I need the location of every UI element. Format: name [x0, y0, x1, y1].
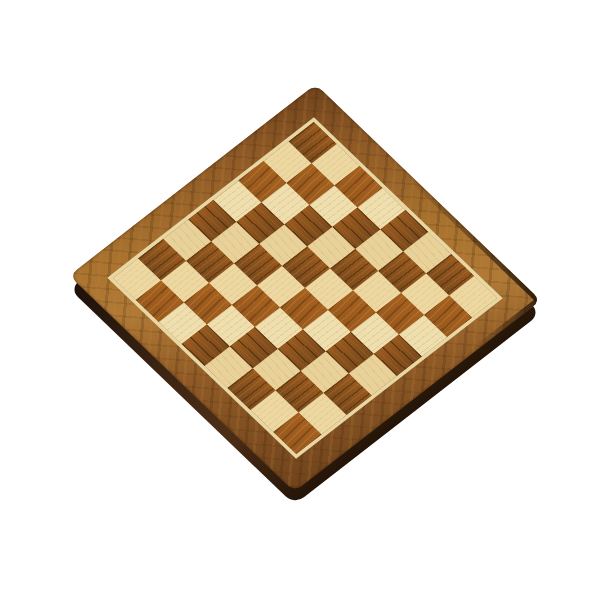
inlay-border	[107, 117, 502, 459]
board-grid	[113, 122, 497, 454]
product-photo-background	[0, 0, 600, 600]
chess-board	[69, 84, 541, 492]
